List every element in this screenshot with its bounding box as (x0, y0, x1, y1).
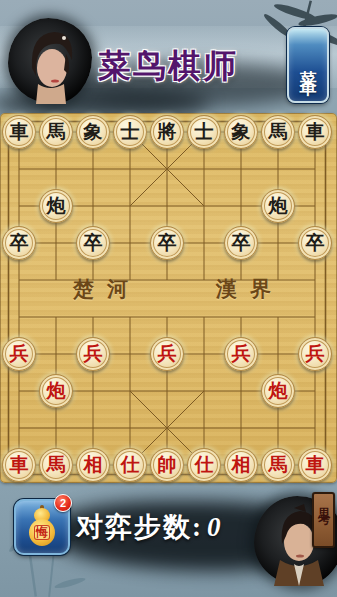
piece-black-advisor[interactable]: 士 (187, 115, 221, 149)
menu-button-label: 菜单 (297, 56, 320, 74)
piece-red-soldier[interactable]: 兵 (150, 337, 184, 371)
piece-black-horse[interactable]: 馬 (39, 115, 73, 149)
piece-char: 馬 (47, 115, 66, 149)
opponent-status-tag: 思考 (312, 492, 335, 548)
piece-red-general[interactable]: 帥 (150, 448, 184, 482)
piece-black-chariot[interactable]: 車 (2, 115, 36, 149)
menu-button[interactable]: 菜单 (287, 27, 329, 103)
piece-red-elephant[interactable]: 相 (76, 448, 110, 482)
piece-red-cannon[interactable]: 炮 (39, 374, 73, 408)
footer: 悔 2 对弈步数:0 思考 (0, 483, 337, 597)
move-counter: 对弈步数:0 (76, 509, 223, 545)
woman-avatar[interactable] (8, 18, 92, 104)
piece-black-soldier[interactable]: 卒 (224, 226, 258, 260)
xiangqi-board[interactable]: 楚河 漢界 車馬象士將士象馬車炮炮卒卒卒卒卒兵兵兵兵兵炮炮車馬相仕帥仕相馬車 (0, 113, 337, 483)
piece-red-horse[interactable]: 馬 (39, 448, 73, 482)
piece-red-chariot[interactable]: 車 (2, 448, 36, 482)
piece-red-horse[interactable]: 馬 (261, 448, 295, 482)
piece-red-soldier[interactable]: 兵 (224, 337, 258, 371)
piece-char: 象 (232, 115, 251, 149)
piece-black-soldier[interactable]: 卒 (298, 226, 332, 260)
piece-char: 卒 (84, 226, 103, 260)
undo-char: 悔 (34, 525, 50, 540)
piece-red-soldier[interactable]: 兵 (298, 337, 332, 371)
piece-red-soldier[interactable]: 兵 (2, 337, 36, 371)
piece-char: 卒 (232, 226, 251, 260)
piece-red-advisor[interactable]: 仕 (187, 448, 221, 482)
piece-char: 馬 (269, 448, 288, 482)
piece-red-cannon[interactable]: 炮 (261, 374, 295, 408)
piece-char: 兵 (306, 337, 325, 371)
piece-black-horse[interactable]: 馬 (261, 115, 295, 149)
piece-char: 車 (10, 115, 29, 149)
piece-char: 卒 (158, 226, 177, 260)
piece-black-cannon[interactable]: 炮 (261, 189, 295, 223)
piece-red-advisor[interactable]: 仕 (113, 448, 147, 482)
piece-char: 象 (84, 115, 103, 149)
piece-red-soldier[interactable]: 兵 (76, 337, 110, 371)
piece-red-chariot[interactable]: 車 (298, 448, 332, 482)
piece-black-cannon[interactable]: 炮 (39, 189, 73, 223)
piece-black-chariot[interactable]: 車 (298, 115, 332, 149)
move-counter-value: 0 (203, 512, 223, 542)
piece-char: 馬 (269, 115, 288, 149)
piece-red-elephant[interactable]: 相 (224, 448, 258, 482)
river-label-left: 楚河 (73, 275, 141, 303)
piece-char: 相 (84, 448, 103, 482)
piece-char: 士 (195, 115, 214, 149)
board-grid (0, 113, 337, 483)
piece-char: 馬 (47, 448, 66, 482)
piece-char: 兵 (84, 337, 103, 371)
piece-char: 炮 (47, 374, 66, 408)
gourd-undo-icon: 悔 (25, 505, 59, 549)
undo-count-badge: 2 (54, 494, 72, 512)
piece-black-soldier[interactable]: 卒 (2, 226, 36, 260)
piece-char: 仕 (121, 448, 140, 482)
piece-char: 炮 (269, 189, 288, 223)
piece-char: 炮 (269, 374, 288, 408)
river-label-right: 漢界 (216, 275, 284, 303)
piece-char: 兵 (158, 337, 177, 371)
piece-black-soldier[interactable]: 卒 (150, 226, 184, 260)
piece-black-elephant[interactable]: 象 (76, 115, 110, 149)
piece-char: 士 (121, 115, 140, 149)
piece-char: 炮 (47, 189, 66, 223)
piece-black-elephant[interactable]: 象 (224, 115, 258, 149)
move-counter-label: 对弈步数: (76, 512, 203, 542)
piece-black-soldier[interactable]: 卒 (76, 226, 110, 260)
piece-char: 帥 (158, 448, 177, 482)
piece-char: 車 (306, 448, 325, 482)
piece-black-advisor[interactable]: 士 (113, 115, 147, 149)
header: 菜鸟棋师 菜单 (0, 0, 337, 113)
piece-char: 卒 (10, 226, 29, 260)
piece-char: 仕 (195, 448, 214, 482)
page-title: 菜鸟棋师 (88, 44, 248, 89)
opponent-status-label: 思考 (315, 497, 332, 507)
piece-char: 將 (158, 115, 177, 149)
woman-portrait-icon (8, 18, 92, 104)
piece-char: 兵 (10, 337, 29, 371)
piece-char: 相 (232, 448, 251, 482)
piece-char: 兵 (232, 337, 251, 371)
xiangqi-game-screen: 菜鸟棋师 菜单 楚河 漢界 車馬象士將士象馬車炮炮卒卒卒卒卒兵兵兵兵兵炮炮車馬相… (0, 0, 337, 597)
piece-char: 卒 (306, 226, 325, 260)
piece-char: 車 (306, 115, 325, 149)
piece-black-general[interactable]: 將 (150, 115, 184, 149)
piece-char: 車 (10, 448, 29, 482)
